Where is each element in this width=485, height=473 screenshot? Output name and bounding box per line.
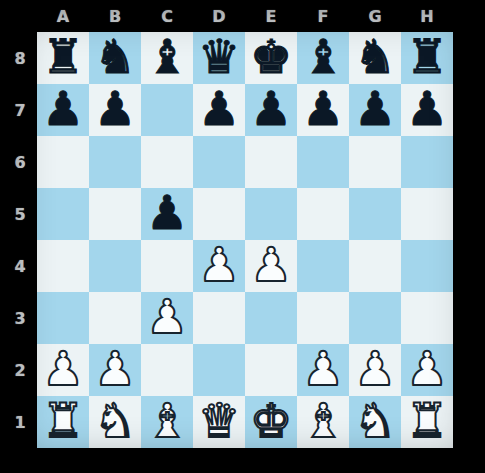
file-label-g: G (349, 5, 401, 29)
square-c7[interactable] (141, 84, 193, 136)
piece-white-pawn[interactable]: ♟ (354, 344, 396, 395)
square-g8[interactable]: ♞ (349, 32, 401, 84)
rank-label-7: 7 (8, 84, 32, 136)
piece-black-pawn[interactable]: ♟ (146, 188, 188, 239)
piece-black-pawn[interactable]: ♟ (354, 84, 396, 135)
square-a7[interactable]: ♟ (37, 84, 89, 136)
square-a2[interactable]: ♟ (37, 344, 89, 396)
square-a6[interactable] (37, 136, 89, 188)
square-b1[interactable]: ♞ (89, 396, 141, 448)
piece-white-queen[interactable]: ♛ (198, 396, 240, 447)
square-e2[interactable] (245, 344, 297, 396)
square-b8[interactable]: ♞ (89, 32, 141, 84)
piece-black-pawn[interactable]: ♟ (94, 84, 136, 135)
square-c4[interactable] (141, 240, 193, 292)
square-h3[interactable] (401, 292, 453, 344)
piece-black-pawn[interactable]: ♟ (302, 84, 344, 135)
square-c2[interactable] (141, 344, 193, 396)
piece-black-knight[interactable]: ♞ (94, 32, 136, 83)
piece-white-pawn[interactable]: ♟ (42, 344, 84, 395)
square-e8[interactable]: ♚ (245, 32, 297, 84)
square-c3[interactable]: ♟ (141, 292, 193, 344)
square-g2[interactable]: ♟ (349, 344, 401, 396)
square-h7[interactable]: ♟ (401, 84, 453, 136)
file-label-d: D (193, 5, 245, 29)
square-d6[interactable] (193, 136, 245, 188)
piece-white-bishop[interactable]: ♝ (302, 396, 344, 447)
square-c5[interactable]: ♟ (141, 188, 193, 240)
square-g1[interactable]: ♞ (349, 396, 401, 448)
file-label-a: A (37, 5, 89, 29)
piece-black-bishop[interactable]: ♝ (146, 32, 188, 83)
file-label-e: E (245, 5, 297, 29)
square-a8[interactable]: ♜ (37, 32, 89, 84)
square-e5[interactable] (245, 188, 297, 240)
square-d3[interactable] (193, 292, 245, 344)
square-c8[interactable]: ♝ (141, 32, 193, 84)
rank-labels: 87654321 (8, 32, 32, 448)
square-a5[interactable] (37, 188, 89, 240)
square-f7[interactable]: ♟ (297, 84, 349, 136)
piece-black-pawn[interactable]: ♟ (42, 84, 84, 135)
square-g5[interactable] (349, 188, 401, 240)
piece-white-pawn[interactable]: ♟ (198, 240, 240, 291)
square-h6[interactable] (401, 136, 453, 188)
piece-black-queen[interactable]: ♛ (198, 32, 240, 83)
file-label-f: F (297, 5, 349, 29)
square-g3[interactable] (349, 292, 401, 344)
rank-label-8: 8 (8, 32, 32, 84)
square-f6[interactable] (297, 136, 349, 188)
piece-white-knight[interactable]: ♞ (354, 396, 396, 447)
square-e7[interactable]: ♟ (245, 84, 297, 136)
square-d7[interactable]: ♟ (193, 84, 245, 136)
square-h4[interactable] (401, 240, 453, 292)
square-e6[interactable] (245, 136, 297, 188)
square-c6[interactable] (141, 136, 193, 188)
piece-white-pawn[interactable]: ♟ (146, 292, 188, 343)
square-d4[interactable]: ♟ (193, 240, 245, 292)
piece-black-knight[interactable]: ♞ (354, 32, 396, 83)
piece-white-rook[interactable]: ♜ (42, 396, 84, 447)
piece-white-king[interactable]: ♚ (250, 396, 292, 447)
square-b7[interactable]: ♟ (89, 84, 141, 136)
chess-board: ♜♞♝♛♚♝♞♜♟♟♟♟♟♟♟♟♟♟♟♟♟♟♟♟♜♞♝♛♚♝♞♜ (37, 32, 453, 448)
square-h8[interactable]: ♜ (401, 32, 453, 84)
piece-white-rook[interactable]: ♜ (406, 396, 448, 447)
square-f3[interactable] (297, 292, 349, 344)
piece-black-pawn[interactable]: ♟ (198, 84, 240, 135)
square-h5[interactable] (401, 188, 453, 240)
rank-label-1: 1 (8, 396, 32, 448)
square-b6[interactable] (89, 136, 141, 188)
square-e4[interactable]: ♟ (245, 240, 297, 292)
square-a4[interactable] (37, 240, 89, 292)
square-e1[interactable]: ♚ (245, 396, 297, 448)
piece-black-bishop[interactable]: ♝ (302, 32, 344, 83)
square-g4[interactable] (349, 240, 401, 292)
piece-black-king[interactable]: ♚ (250, 32, 292, 83)
square-h1[interactable]: ♜ (401, 396, 453, 448)
file-label-b: B (89, 5, 141, 29)
rank-label-5: 5 (8, 188, 32, 240)
piece-black-pawn[interactable]: ♟ (406, 84, 448, 135)
square-b4[interactable] (89, 240, 141, 292)
square-d2[interactable] (193, 344, 245, 396)
square-d1[interactable]: ♛ (193, 396, 245, 448)
square-d8[interactable]: ♛ (193, 32, 245, 84)
square-f2[interactable]: ♟ (297, 344, 349, 396)
rank-label-4: 4 (8, 240, 32, 292)
square-d5[interactable] (193, 188, 245, 240)
file-label-c: C (141, 5, 193, 29)
square-a3[interactable] (37, 292, 89, 344)
square-f4[interactable] (297, 240, 349, 292)
chess-video-frame: ABCDEFGH 87654321 ♜♞♝♛♚♝♞♜♟♟♟♟♟♟♟♟♟♟♟♟♟♟… (0, 0, 485, 473)
square-b2[interactable]: ♟ (89, 344, 141, 396)
file-label-h: H (401, 5, 453, 29)
square-f5[interactable] (297, 188, 349, 240)
piece-black-rook[interactable]: ♜ (42, 32, 84, 83)
rank-label-6: 6 (8, 136, 32, 188)
square-c1[interactable]: ♝ (141, 396, 193, 448)
rank-label-2: 2 (8, 344, 32, 396)
file-labels: ABCDEFGH (37, 5, 453, 29)
piece-white-knight[interactable]: ♞ (94, 396, 136, 447)
rank-label-3: 3 (8, 292, 32, 344)
piece-white-pawn[interactable]: ♟ (302, 344, 344, 395)
piece-white-pawn[interactable]: ♟ (94, 344, 136, 395)
piece-white-pawn[interactable]: ♟ (250, 240, 292, 291)
square-f8[interactable]: ♝ (297, 32, 349, 84)
piece-black-pawn[interactable]: ♟ (250, 84, 292, 135)
square-b3[interactable] (89, 292, 141, 344)
piece-white-bishop[interactable]: ♝ (146, 396, 188, 447)
piece-black-rook[interactable]: ♜ (406, 32, 448, 83)
square-f1[interactable]: ♝ (297, 396, 349, 448)
piece-white-pawn[interactable]: ♟ (406, 344, 448, 395)
square-a1[interactable]: ♜ (37, 396, 89, 448)
square-g7[interactable]: ♟ (349, 84, 401, 136)
square-b5[interactable] (89, 188, 141, 240)
square-h2[interactable]: ♟ (401, 344, 453, 396)
square-e3[interactable] (245, 292, 297, 344)
square-g6[interactable] (349, 136, 401, 188)
